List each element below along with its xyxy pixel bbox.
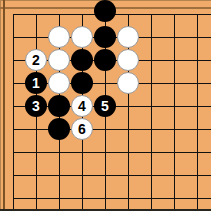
grid-line-horizontal <box>13 152 211 153</box>
stone-black-c4r3[interactable] <box>71 49 93 71</box>
stone-black-1-c2r4[interactable]: 1 <box>25 72 47 94</box>
stone-black-3-c2r5[interactable]: 3 <box>25 95 47 117</box>
stone-white-6-c4r6[interactable]: 6 <box>71 118 93 140</box>
board-frame-bottom <box>0 209 211 211</box>
stone-white-c6r2[interactable] <box>117 26 139 48</box>
stone-label: 3 <box>32 99 40 113</box>
stone-white-c6r4[interactable] <box>117 72 139 94</box>
stone-black-c5r3[interactable] <box>94 49 116 71</box>
stone-black-c5r1[interactable] <box>94 0 116 22</box>
stone-white-c6r3[interactable] <box>117 49 139 71</box>
stone-label: 1 <box>32 76 40 90</box>
grid-line-vertical <box>174 14 175 209</box>
stone-white-4-c4r5[interactable]: 4 <box>71 95 93 117</box>
board-frame-left <box>3 0 5 211</box>
stone-label: 2 <box>32 53 40 67</box>
grid-line-horizontal <box>13 198 211 199</box>
stone-white-c4r2[interactable] <box>71 26 93 48</box>
stone-label: 5 <box>101 99 109 113</box>
stone-black-5-c5r5[interactable]: 5 <box>94 95 116 117</box>
grid-line-horizontal <box>13 129 211 130</box>
grid-line-vertical <box>13 14 14 209</box>
stone-label: 4 <box>78 99 86 113</box>
stone-white-c3r2[interactable] <box>48 26 70 48</box>
grid-line-vertical <box>151 14 152 209</box>
board-frame-edge-left <box>0 0 1 211</box>
stone-white-c3r4[interactable] <box>48 72 70 94</box>
stone-white-c3r3[interactable] <box>48 49 70 71</box>
grid-line-vertical <box>197 14 198 209</box>
stone-label: 6 <box>78 122 86 136</box>
stone-black-c5r2[interactable] <box>94 26 116 48</box>
stone-black-c3r5[interactable] <box>48 95 70 117</box>
stone-black-c4r4[interactable] <box>71 72 93 94</box>
stone-black-c3r6[interactable] <box>48 118 70 140</box>
go-board[interactable]: 213456 <box>0 0 211 211</box>
grid-line-horizontal <box>13 175 211 176</box>
stone-white-2-c2r3[interactable]: 2 <box>25 49 47 71</box>
